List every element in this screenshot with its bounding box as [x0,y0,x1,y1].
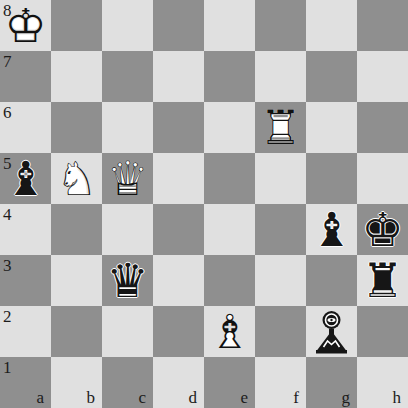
square-h4[interactable]: ♚ [357,204,408,255]
square-e3[interactable] [204,255,255,306]
rank-label-7: 7 [3,53,12,70]
square-f3[interactable] [255,255,306,306]
square-g5[interactable] [306,153,357,204]
square-h3[interactable]: ♜ [357,255,408,306]
square-a6[interactable]: 6 [0,102,51,153]
rook-glyph: ♜ [357,255,408,306]
square-a4[interactable]: 4 [0,204,51,255]
rook-glyph: ♖ [255,102,306,153]
white-queen-c5[interactable]: ♛♕ [102,153,153,204]
square-f4[interactable] [255,204,306,255]
square-e8[interactable] [204,0,255,51]
square-b1[interactable]: b [51,357,102,408]
square-g1[interactable]: g [306,357,357,408]
square-f6[interactable]: ♜♖ [255,102,306,153]
square-c6[interactable] [102,102,153,153]
black-bishop-a5[interactable]: ♝ [0,153,51,204]
white-rook-f6[interactable]: ♜♖ [255,102,306,153]
square-d6[interactable] [153,102,204,153]
square-e4[interactable] [204,204,255,255]
file-label-e: e [240,389,248,406]
white-bishop-e2[interactable]: ♝♗ [204,306,255,357]
square-b7[interactable] [51,51,102,102]
square-d8[interactable] [153,0,204,51]
file-label-b: b [87,389,96,406]
bishop-glyph: ♝ [306,204,357,255]
chess-app: 8♚♔76♜♖5♝♞♘♛♕4♝♚3♛♜2♝♗ 1abcdefgh [0,0,408,408]
square-g7[interactable] [306,51,357,102]
white-king-a8[interactable]: ♚♔ [0,0,51,51]
square-b4[interactable] [51,204,102,255]
square-c4[interactable] [102,204,153,255]
square-e6[interactable] [204,102,255,153]
square-g2[interactable] [306,306,357,357]
square-h5[interactable] [357,153,408,204]
square-a8[interactable]: 8♚♔ [0,0,51,51]
square-a1[interactable]: 1a [0,357,51,408]
file-label-h: h [393,389,402,406]
black-king-h4[interactable]: ♚ [357,204,408,255]
square-b8[interactable] [51,0,102,51]
square-d1[interactable]: d [153,357,204,408]
square-b6[interactable] [51,102,102,153]
square-d3[interactable] [153,255,204,306]
file-label-a: a [36,389,44,406]
square-f2[interactable] [255,306,306,357]
king-glyph: ♚ [357,204,408,255]
square-b3[interactable] [51,255,102,306]
square-c7[interactable] [102,51,153,102]
knight-glyph: ♘ [51,153,102,204]
rank-label-1: 1 [3,359,12,376]
square-c5[interactable]: ♛♕ [102,153,153,204]
square-c3[interactable]: ♛ [102,255,153,306]
square-g8[interactable] [306,0,357,51]
rank-label-2: 2 [3,308,12,325]
black-bishop-g4[interactable]: ♝ [306,204,357,255]
cannon-icon [313,310,350,354]
square-b2[interactable] [51,306,102,357]
square-c8[interactable] [102,0,153,51]
queen-glyph: ♕ [102,153,153,204]
rank-label-3: 3 [3,257,12,274]
square-h8[interactable] [357,0,408,51]
square-a2[interactable]: 2 [0,306,51,357]
king-glyph: ♔ [0,0,51,51]
square-a3[interactable]: 3 [0,255,51,306]
queen-glyph: ♛ [102,255,153,306]
square-d4[interactable] [153,204,204,255]
bishop-glyph: ♗ [204,306,255,357]
square-c1[interactable]: c [102,357,153,408]
square-d5[interactable] [153,153,204,204]
file-label-g: g [342,389,351,406]
square-e1[interactable]: e [204,357,255,408]
square-h6[interactable] [357,102,408,153]
black-cannon-g2[interactable] [306,306,357,357]
square-b5[interactable]: ♞♘ [51,153,102,204]
square-e7[interactable] [204,51,255,102]
black-rook-h3[interactable]: ♜ [357,255,408,306]
square-f1[interactable]: f [255,357,306,408]
file-label-d: d [189,389,198,406]
square-e2[interactable]: ♝♗ [204,306,255,357]
file-label-c: c [138,389,146,406]
square-g6[interactable] [306,102,357,153]
black-queen-c3[interactable]: ♛ [102,255,153,306]
square-h2[interactable] [357,306,408,357]
square-g3[interactable] [306,255,357,306]
square-d2[interactable] [153,306,204,357]
square-d7[interactable] [153,51,204,102]
square-g4[interactable]: ♝ [306,204,357,255]
white-knight-b5[interactable]: ♞♘ [51,153,102,204]
square-e5[interactable] [204,153,255,204]
bishop-glyph: ♝ [0,153,51,204]
square-c2[interactable] [102,306,153,357]
square-h7[interactable] [357,51,408,102]
square-a7[interactable]: 7 [0,51,51,102]
square-a5[interactable]: 5♝ [0,153,51,204]
square-f5[interactable] [255,153,306,204]
square-h1[interactable]: h [357,357,408,408]
chess-board: 8♚♔76♜♖5♝♞♘♛♕4♝♚3♛♜2♝♗ 1abcdefgh [0,0,408,408]
rank-label-6: 6 [3,104,12,121]
file-label-f: f [293,389,299,406]
square-f8[interactable] [255,0,306,51]
square-f7[interactable] [255,51,306,102]
rank-label-4: 4 [3,206,12,223]
